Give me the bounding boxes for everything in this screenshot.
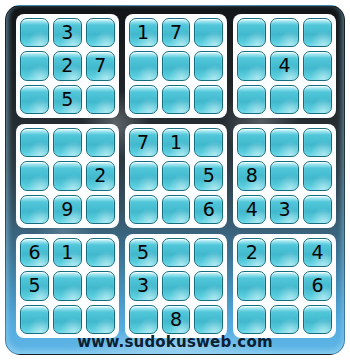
cell-r6c3[interactable] xyxy=(86,195,115,224)
box-3: 4 xyxy=(233,14,336,118)
cell-r6c6[interactable]: 6 xyxy=(194,195,223,224)
cell-r2c3[interactable]: 7 xyxy=(86,51,115,80)
cell-r4c2[interactable] xyxy=(53,128,82,157)
cell-r9c6[interactable] xyxy=(194,305,223,334)
cell-r2c1[interactable] xyxy=(20,51,49,80)
cell-r3c1[interactable] xyxy=(20,85,49,114)
cell-r9c2[interactable] xyxy=(53,305,82,334)
box-4: 29 xyxy=(16,124,119,228)
cell-r8c4[interactable]: 3 xyxy=(129,271,158,300)
cell-r4c7[interactable] xyxy=(237,128,266,157)
cell-r5c3[interactable]: 2 xyxy=(86,161,115,190)
cell-r9c5[interactable]: 8 xyxy=(162,305,191,334)
box-8: 538 xyxy=(125,234,228,338)
cell-r1c6[interactable] xyxy=(194,18,223,47)
cell-r3c9[interactable] xyxy=(303,85,332,114)
cell-r8c8[interactable] xyxy=(270,271,299,300)
cell-r6c1[interactable] xyxy=(20,195,49,224)
cell-r5c5[interactable] xyxy=(162,161,191,190)
cell-r1c5[interactable]: 7 xyxy=(162,18,191,47)
cell-r5c2[interactable] xyxy=(53,161,82,190)
cell-r8c7[interactable] xyxy=(237,271,266,300)
cell-r3c5[interactable] xyxy=(162,85,191,114)
cell-r5c4[interactable] xyxy=(129,161,158,190)
cell-r4c6[interactable] xyxy=(194,128,223,157)
cell-r3c7[interactable] xyxy=(237,85,266,114)
box-1: 3275 xyxy=(16,14,119,118)
cell-r9c4[interactable] xyxy=(129,305,158,334)
cell-r6c4[interactable] xyxy=(129,195,158,224)
cell-r4c8[interactable] xyxy=(270,128,299,157)
cell-r4c3[interactable] xyxy=(86,128,115,157)
cell-r3c4[interactable] xyxy=(129,85,158,114)
cell-r7c8[interactable] xyxy=(270,238,299,267)
cell-r2c6[interactable] xyxy=(194,51,223,80)
cell-r6c7[interactable]: 4 xyxy=(237,195,266,224)
cell-r8c1[interactable]: 5 xyxy=(20,271,49,300)
cell-r1c4[interactable]: 1 xyxy=(129,18,158,47)
cell-r6c8[interactable]: 3 xyxy=(270,195,299,224)
cell-r5c1[interactable] xyxy=(20,161,49,190)
cell-r4c5[interactable]: 1 xyxy=(162,128,191,157)
board-frame: 3275174297156843615538246 www.sudokusweb… xyxy=(5,5,345,355)
cell-r7c5[interactable] xyxy=(162,238,191,267)
cell-r3c6[interactable] xyxy=(194,85,223,114)
cell-r2c8[interactable]: 4 xyxy=(270,51,299,80)
cell-r6c9[interactable] xyxy=(303,195,332,224)
cell-r1c9[interactable] xyxy=(303,18,332,47)
cell-r8c2[interactable] xyxy=(53,271,82,300)
box-5: 7156 xyxy=(125,124,228,228)
cell-r7c2[interactable]: 1 xyxy=(53,238,82,267)
sudoku-board: 3275174297156843615538246 xyxy=(16,14,336,338)
box-6: 843 xyxy=(233,124,336,228)
cell-r2c4[interactable] xyxy=(129,51,158,80)
cell-r9c8[interactable] xyxy=(270,305,299,334)
cell-r4c9[interactable] xyxy=(303,128,332,157)
cell-r9c9[interactable] xyxy=(303,305,332,334)
cell-r8c5[interactable] xyxy=(162,271,191,300)
box-7: 615 xyxy=(16,234,119,338)
cell-r1c7[interactable] xyxy=(237,18,266,47)
cell-r8c9[interactable]: 6 xyxy=(303,271,332,300)
cell-r1c1[interactable] xyxy=(20,18,49,47)
cell-r3c2[interactable]: 5 xyxy=(53,85,82,114)
cell-r9c7[interactable] xyxy=(237,305,266,334)
cell-r9c1[interactable] xyxy=(20,305,49,334)
cell-r7c9[interactable]: 4 xyxy=(303,238,332,267)
cell-r1c2[interactable]: 3 xyxy=(53,18,82,47)
cell-r5c9[interactable] xyxy=(303,161,332,190)
cell-r7c3[interactable] xyxy=(86,238,115,267)
cell-r7c7[interactable]: 2 xyxy=(237,238,266,267)
cell-r7c6[interactable] xyxy=(194,238,223,267)
cell-r3c3[interactable] xyxy=(86,85,115,114)
page: 3275174297156843615538246 www.sudokusweb… xyxy=(0,0,350,360)
cell-r2c5[interactable] xyxy=(162,51,191,80)
cell-r7c1[interactable]: 6 xyxy=(20,238,49,267)
cell-r1c3[interactable] xyxy=(86,18,115,47)
cell-r9c3[interactable] xyxy=(86,305,115,334)
cell-r2c7[interactable] xyxy=(237,51,266,80)
cell-r1c8[interactable] xyxy=(270,18,299,47)
cell-r3c8[interactable] xyxy=(270,85,299,114)
cell-r2c2[interactable]: 2 xyxy=(53,51,82,80)
cell-r4c4[interactable]: 7 xyxy=(129,128,158,157)
cell-r4c1[interactable] xyxy=(20,128,49,157)
cell-r8c6[interactable] xyxy=(194,271,223,300)
box-9: 246 xyxy=(233,234,336,338)
footer-url[interactable]: www.sudokusweb.com xyxy=(6,333,344,351)
cell-r6c2[interactable]: 9 xyxy=(53,195,82,224)
cell-r5c7[interactable]: 8 xyxy=(237,161,266,190)
cell-r7c4[interactable]: 5 xyxy=(129,238,158,267)
cell-r6c5[interactable] xyxy=(162,195,191,224)
cell-r5c8[interactable] xyxy=(270,161,299,190)
cell-r5c6[interactable]: 5 xyxy=(194,161,223,190)
cell-r2c9[interactable] xyxy=(303,51,332,80)
cell-r8c3[interactable] xyxy=(86,271,115,300)
box-2: 17 xyxy=(125,14,228,118)
